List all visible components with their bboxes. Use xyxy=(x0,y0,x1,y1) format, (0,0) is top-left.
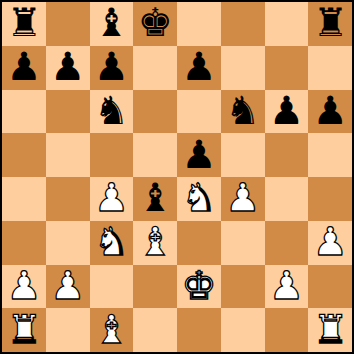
square-b6[interactable] xyxy=(46,90,90,134)
square-f5[interactable] xyxy=(221,133,265,177)
square-a8[interactable]: ♜ xyxy=(2,2,46,46)
square-e3[interactable] xyxy=(177,221,221,265)
piece-white-rook: ♜ xyxy=(313,310,348,349)
square-h4[interactable] xyxy=(308,177,352,221)
square-f8[interactable] xyxy=(221,2,265,46)
square-g3[interactable] xyxy=(265,221,309,265)
piece-white-rook: ♜ xyxy=(6,310,41,349)
square-g6[interactable]: ♟ xyxy=(265,90,309,134)
square-g5[interactable] xyxy=(265,133,309,177)
square-h2[interactable] xyxy=(308,265,352,309)
square-f7[interactable] xyxy=(221,46,265,90)
chess-board: ♜♝♚♜♟♟♟♟♞♞♟♟♟♟♝♞♟♞♝♟♟♟♚♟♜♝♜ xyxy=(0,0,354,354)
square-a3[interactable] xyxy=(2,221,46,265)
square-c6[interactable]: ♞ xyxy=(90,90,134,134)
piece-white-king: ♚ xyxy=(181,266,216,305)
piece-white-pawn: ♟ xyxy=(94,178,129,217)
square-c3[interactable]: ♞ xyxy=(90,221,134,265)
piece-white-pawn: ♟ xyxy=(6,266,41,305)
square-b1[interactable] xyxy=(46,308,90,352)
square-a5[interactable] xyxy=(2,133,46,177)
square-c1[interactable]: ♝ xyxy=(90,308,134,352)
piece-white-bishop: ♝ xyxy=(138,222,173,261)
square-e1[interactable] xyxy=(177,308,221,352)
square-d8[interactable]: ♚ xyxy=(133,2,177,46)
square-c2[interactable] xyxy=(90,265,134,309)
square-f2[interactable] xyxy=(221,265,265,309)
square-d3[interactable]: ♝ xyxy=(133,221,177,265)
square-g8[interactable] xyxy=(265,2,309,46)
square-f4[interactable]: ♟ xyxy=(221,177,265,221)
square-h7[interactable] xyxy=(308,46,352,90)
square-f3[interactable] xyxy=(221,221,265,265)
square-g4[interactable] xyxy=(265,177,309,221)
square-b3[interactable] xyxy=(46,221,90,265)
square-a2[interactable]: ♟ xyxy=(2,265,46,309)
square-a7[interactable]: ♟ xyxy=(2,46,46,90)
square-a1[interactable]: ♜ xyxy=(2,308,46,352)
piece-black-bishop: ♝ xyxy=(138,178,173,217)
square-d6[interactable] xyxy=(133,90,177,134)
piece-black-pawn: ♟ xyxy=(6,47,41,86)
piece-white-bishop: ♝ xyxy=(94,310,129,349)
square-c5[interactable] xyxy=(90,133,134,177)
piece-black-pawn: ♟ xyxy=(94,47,129,86)
square-a6[interactable] xyxy=(2,90,46,134)
square-g1[interactable] xyxy=(265,308,309,352)
piece-black-bishop: ♝ xyxy=(94,3,129,42)
piece-white-knight: ♞ xyxy=(181,178,216,217)
square-h5[interactable] xyxy=(308,133,352,177)
square-g7[interactable] xyxy=(265,46,309,90)
square-f1[interactable] xyxy=(221,308,265,352)
square-e4[interactable]: ♞ xyxy=(177,177,221,221)
square-b7[interactable]: ♟ xyxy=(46,46,90,90)
piece-white-pawn: ♟ xyxy=(313,222,348,261)
piece-black-rook: ♜ xyxy=(6,3,41,42)
piece-black-pawn: ♟ xyxy=(269,91,304,130)
piece-white-knight: ♞ xyxy=(94,222,129,261)
square-d7[interactable] xyxy=(133,46,177,90)
square-h8[interactable]: ♜ xyxy=(308,2,352,46)
square-d2[interactable] xyxy=(133,265,177,309)
piece-black-pawn: ♟ xyxy=(313,91,348,130)
square-e6[interactable] xyxy=(177,90,221,134)
square-h3[interactable]: ♟ xyxy=(308,221,352,265)
piece-black-pawn: ♟ xyxy=(181,47,216,86)
piece-black-pawn: ♟ xyxy=(181,135,216,174)
square-b2[interactable]: ♟ xyxy=(46,265,90,309)
square-d4[interactable]: ♝ xyxy=(133,177,177,221)
square-e7[interactable]: ♟ xyxy=(177,46,221,90)
piece-white-pawn: ♟ xyxy=(225,178,260,217)
square-e5[interactable]: ♟ xyxy=(177,133,221,177)
square-h6[interactable]: ♟ xyxy=(308,90,352,134)
square-e2[interactable]: ♚ xyxy=(177,265,221,309)
square-a4[interactable] xyxy=(2,177,46,221)
square-e8[interactable] xyxy=(177,2,221,46)
piece-black-rook: ♜ xyxy=(313,3,348,42)
square-f6[interactable]: ♞ xyxy=(221,90,265,134)
square-b8[interactable] xyxy=(46,2,90,46)
square-b4[interactable] xyxy=(46,177,90,221)
square-d1[interactable] xyxy=(133,308,177,352)
square-c7[interactable]: ♟ xyxy=(90,46,134,90)
piece-black-knight: ♞ xyxy=(225,91,260,130)
square-h1[interactable]: ♜ xyxy=(308,308,352,352)
piece-black-knight: ♞ xyxy=(94,91,129,130)
square-b5[interactable] xyxy=(46,133,90,177)
square-c8[interactable]: ♝ xyxy=(90,2,134,46)
piece-black-pawn: ♟ xyxy=(50,47,85,86)
piece-white-pawn: ♟ xyxy=(50,266,85,305)
square-c4[interactable]: ♟ xyxy=(90,177,134,221)
piece-white-pawn: ♟ xyxy=(269,266,304,305)
square-g2[interactable]: ♟ xyxy=(265,265,309,309)
piece-black-king: ♚ xyxy=(138,3,173,42)
square-d5[interactable] xyxy=(133,133,177,177)
